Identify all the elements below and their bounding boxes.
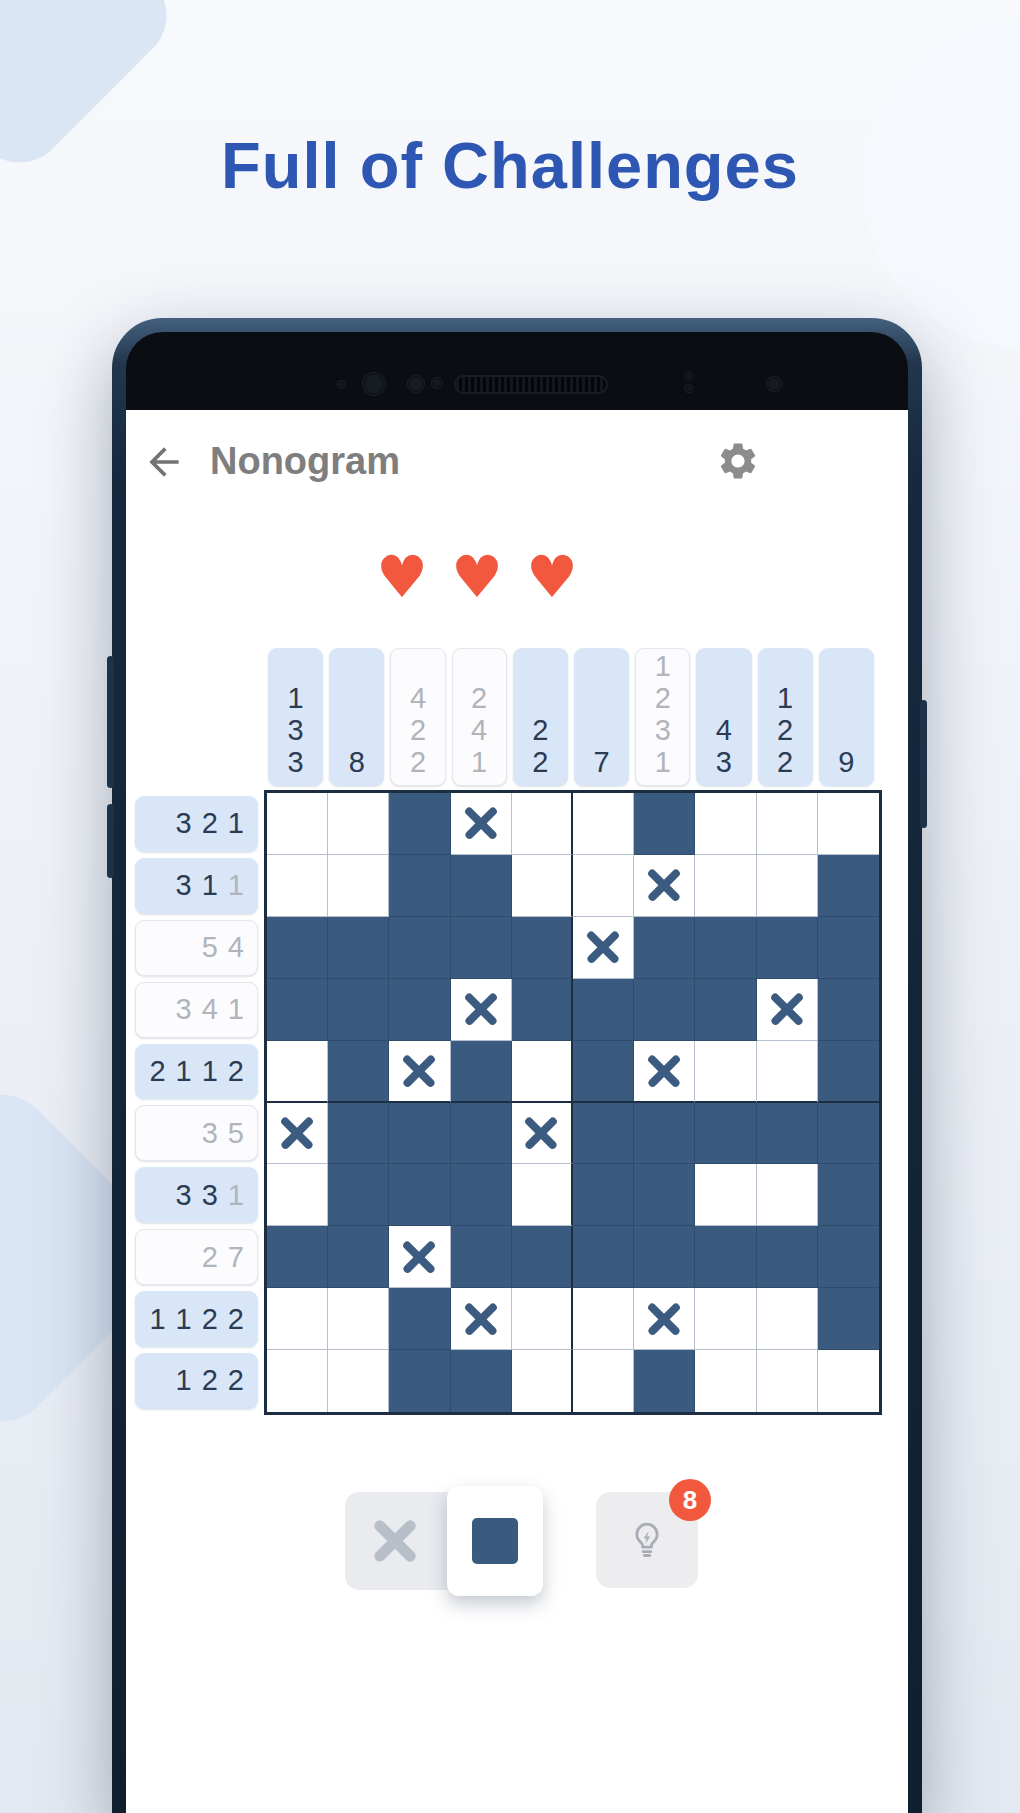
row-clue-9: 1122: [135, 1291, 258, 1347]
cell-r5c7[interactable]: [634, 1041, 695, 1103]
cell-r6c3[interactable]: [389, 1103, 450, 1165]
phone-power-button: [920, 700, 927, 828]
cell-r8c3[interactable]: [389, 1226, 450, 1288]
cell-r6c2[interactable]: [328, 1103, 389, 1165]
cell-r2c7[interactable]: [634, 855, 695, 917]
cell-r1c8[interactable]: [695, 793, 756, 855]
cell-r3c2[interactable]: [328, 917, 389, 979]
clue-number: 1: [176, 1303, 192, 1336]
clue-number: 2: [202, 1303, 218, 1336]
clue-number: 2: [228, 1303, 244, 1336]
clue-number: 3: [288, 714, 304, 746]
heart-icon: ♥: [376, 548, 428, 606]
row-clue-10: 122: [135, 1353, 258, 1409]
cell-r8c6[interactable]: [573, 1226, 634, 1288]
cell-r6c1[interactable]: [267, 1103, 328, 1165]
x-mark-icon: [634, 855, 694, 916]
clue-number: 3: [176, 1179, 192, 1212]
column-clues: 13384222412271231431229: [265, 648, 877, 786]
cell-r3c10[interactable]: [818, 917, 879, 979]
cell-r1c4[interactable]: [451, 793, 512, 855]
col-clue-4: 241: [452, 648, 507, 786]
cell-r3c1[interactable]: [267, 917, 328, 979]
col-clue-2: 8: [329, 648, 384, 786]
app-header: Nonogram: [126, 424, 908, 500]
cell-r6c5[interactable]: [512, 1103, 573, 1165]
earpiece-speaker-icon: [456, 377, 606, 392]
row-clue-2: 311: [135, 858, 258, 914]
fill-square-icon: [472, 1518, 518, 1564]
page-title: Full of Challenges: [0, 128, 1020, 203]
cell-r10c4[interactable]: [451, 1350, 512, 1412]
clue-number: 2: [777, 746, 793, 778]
clue-number: 1: [176, 1364, 192, 1397]
x-mark-icon: [267, 1103, 327, 1164]
cell-r7c9[interactable]: [757, 1164, 818, 1226]
cell-r3c5[interactable]: [512, 917, 573, 979]
clue-number: 4: [202, 993, 218, 1026]
cell-r4c9[interactable]: [757, 979, 818, 1041]
cell-r3c8[interactable]: [695, 917, 756, 979]
cell-r1c1[interactable]: [267, 793, 328, 855]
nonogram-grid: [264, 790, 882, 1415]
clue-number: 1: [288, 682, 304, 714]
cell-r3c9[interactable]: [757, 917, 818, 979]
cell-r2c9[interactable]: [757, 855, 818, 917]
x-mark-icon: [573, 917, 633, 978]
clue-number: 3: [655, 714, 671, 746]
led-dot-icon: [685, 385, 692, 392]
cell-r8c4[interactable]: [451, 1226, 512, 1288]
clue-number: 3: [202, 1117, 218, 1150]
cell-r7c3[interactable]: [389, 1164, 450, 1226]
cell-r4c7[interactable]: [634, 979, 695, 1041]
cell-r1c10[interactable]: [818, 793, 879, 855]
cell-r4c10[interactable]: [818, 979, 879, 1041]
clue-number: 3: [716, 746, 732, 778]
heart-icon: ♥: [451, 548, 503, 606]
x-mark-icon: [451, 793, 511, 854]
cell-r8c5[interactable]: [512, 1226, 573, 1288]
cell-r6c7[interactable]: [634, 1103, 695, 1165]
col-clue-8: 43: [696, 648, 751, 786]
cell-r10c2[interactable]: [328, 1350, 389, 1412]
mark-x-tool-button[interactable]: [345, 1492, 445, 1590]
cell-r9c7[interactable]: [634, 1288, 695, 1350]
cell-r5c2[interactable]: [328, 1041, 389, 1103]
cell-r2c2[interactable]: [328, 855, 389, 917]
x-mark-icon: [634, 1288, 694, 1349]
cell-r2c5[interactable]: [512, 855, 573, 917]
clue-number: 1: [228, 869, 244, 902]
clue-number: 1: [655, 746, 671, 778]
col-clue-3: 422: [390, 648, 445, 786]
row-clue-3: 54: [135, 920, 258, 976]
cell-r1c3[interactable]: [389, 793, 450, 855]
row-clue-7: 331: [135, 1167, 258, 1223]
clue-number: 2: [655, 682, 671, 714]
sensor-dot-icon: [338, 381, 345, 388]
clue-number: 4: [228, 931, 244, 964]
col-clue-7: 1231: [635, 648, 690, 786]
clue-number: 2: [202, 1241, 218, 1274]
clue-number: 4: [471, 714, 487, 746]
x-mark-icon: [451, 979, 511, 1040]
cell-r7c2[interactable]: [328, 1164, 389, 1226]
cell-r5c10[interactable]: [818, 1041, 879, 1103]
row-clue-8: 27: [135, 1229, 258, 1285]
col-clue-5: 22: [513, 648, 568, 786]
app-screen: Nonogram ♥♥♥ 13384222412271231431229 321…: [126, 410, 908, 1813]
cell-r10c3[interactable]: [389, 1350, 450, 1412]
x-mark-icon: [634, 1041, 694, 1101]
cell-r10c5[interactable]: [512, 1350, 573, 1412]
cell-r6c10[interactable]: [818, 1103, 879, 1165]
heart-icon: ♥: [526, 548, 578, 606]
iris-camera-icon: [408, 376, 424, 392]
cell-r5c1[interactable]: [267, 1041, 328, 1103]
cell-r3c7[interactable]: [634, 917, 695, 979]
clue-number: 8: [349, 746, 365, 778]
cell-r10c8[interactable]: [695, 1350, 756, 1412]
clue-number: 3: [176, 993, 192, 1026]
cell-r9c9[interactable]: [757, 1288, 818, 1350]
cell-r2c3[interactable]: [389, 855, 450, 917]
cell-r9c3[interactable]: [389, 1288, 450, 1350]
clue-number: 1: [202, 1055, 218, 1088]
cell-r7c10[interactable]: [818, 1164, 879, 1226]
cell-r5c3[interactable]: [389, 1041, 450, 1103]
cell-r3c6[interactable]: [573, 917, 634, 979]
clue-number: 2: [149, 1055, 165, 1088]
cell-r9c4[interactable]: [451, 1288, 512, 1350]
cell-r7c4[interactable]: [451, 1164, 512, 1226]
cell-r7c8[interactable]: [695, 1164, 756, 1226]
cell-r5c6[interactable]: [573, 1041, 634, 1103]
cell-r9c8[interactable]: [695, 1288, 756, 1350]
cell-r10c10[interactable]: [818, 1350, 879, 1412]
cell-r2c10[interactable]: [818, 855, 879, 917]
row-clue-6: 35: [135, 1105, 258, 1161]
cell-r2c6[interactable]: [573, 855, 634, 917]
clue-number: 2: [532, 714, 548, 746]
lives: ♥♥♥: [376, 548, 578, 606]
fill-tool-button[interactable]: [447, 1486, 543, 1596]
x-tool-icon: [345, 1492, 445, 1590]
cell-r2c8[interactable]: [695, 855, 756, 917]
cell-r4c5[interactable]: [512, 979, 573, 1041]
row-clue-5: 2112: [135, 1044, 258, 1100]
cell-r8c9[interactable]: [757, 1226, 818, 1288]
clue-number: 2: [410, 746, 426, 778]
cell-r4c8[interactable]: [695, 979, 756, 1041]
clue-number: 5: [202, 931, 218, 964]
row-clue-1: 321: [135, 796, 258, 852]
phone-volume-button: [107, 656, 114, 788]
clue-number: 1: [149, 1303, 165, 1336]
cell-r5c9[interactable]: [757, 1041, 818, 1103]
clue-number: 1: [228, 993, 244, 1026]
clue-number: 5: [228, 1117, 244, 1150]
back-button[interactable]: [142, 440, 186, 484]
cell-r4c4[interactable]: [451, 979, 512, 1041]
clue-number: 3: [202, 1179, 218, 1212]
clue-number: 3: [176, 869, 192, 902]
col-clue-9: 122: [758, 648, 813, 786]
clue-number: 7: [228, 1241, 244, 1274]
phone-top-bezel: [126, 332, 908, 410]
cell-r6c4[interactable]: [451, 1103, 512, 1165]
settings-button[interactable]: [716, 439, 760, 483]
hint-count-badge: 8: [669, 1479, 711, 1521]
clue-number: 4: [716, 714, 732, 746]
cell-r5c8[interactable]: [695, 1041, 756, 1103]
cell-r2c1[interactable]: [267, 855, 328, 917]
cell-r4c2[interactable]: [328, 979, 389, 1041]
clue-number: 2: [202, 807, 218, 840]
cell-r8c1[interactable]: [267, 1226, 328, 1288]
cell-r8c10[interactable]: [818, 1226, 879, 1288]
cell-r9c6[interactable]: [573, 1288, 634, 1350]
clue-number: 2: [777, 714, 793, 746]
lightbulb-bolt-icon: [623, 1516, 671, 1564]
clue-number: 1: [202, 869, 218, 902]
clue-number: 1: [655, 650, 671, 682]
cell-r9c2[interactable]: [328, 1288, 389, 1350]
cell-r6c8[interactable]: [695, 1103, 756, 1165]
x-mark-icon: [512, 1103, 571, 1164]
cell-r1c6[interactable]: [573, 793, 634, 855]
cell-r10c1[interactable]: [267, 1350, 328, 1412]
clue-number: 2: [532, 746, 548, 778]
col-clue-6: 7: [574, 648, 629, 786]
row-clue-4: 341: [135, 982, 258, 1038]
led-dot-icon: [685, 372, 693, 380]
phone-mockup: Nonogram ♥♥♥ 13384222412271231431229 321…: [112, 318, 922, 1813]
hint-button[interactable]: 8: [596, 1492, 698, 1588]
clue-number: 4: [410, 682, 426, 714]
cell-r6c9[interactable]: [757, 1103, 818, 1165]
clue-number: 7: [593, 746, 609, 778]
cell-r5c5[interactable]: [512, 1041, 573, 1103]
cell-r7c5[interactable]: [512, 1164, 573, 1226]
x-mark-icon: [389, 1041, 449, 1101]
cell-r4c6[interactable]: [573, 979, 634, 1041]
col-clue-10: 9: [819, 648, 874, 786]
gear-icon: [716, 439, 760, 483]
clue-number: 2: [410, 714, 426, 746]
cell-r5c4[interactable]: [451, 1041, 512, 1103]
cell-r9c5[interactable]: [512, 1288, 573, 1350]
clue-number: 2: [471, 682, 487, 714]
cell-r1c7[interactable]: [634, 793, 695, 855]
cell-r3c4[interactable]: [451, 917, 512, 979]
cell-r10c9[interactable]: [757, 1350, 818, 1412]
clue-number: 1: [471, 746, 487, 778]
cell-r8c8[interactable]: [695, 1226, 756, 1288]
cell-r3c3[interactable]: [389, 917, 450, 979]
cell-r10c6[interactable]: [573, 1350, 634, 1412]
clue-number: 1: [176, 1055, 192, 1088]
x-mark-icon: [451, 1288, 511, 1349]
light-sensor-icon: [767, 377, 781, 391]
cell-r6c6[interactable]: [573, 1103, 634, 1165]
proximity-sensor-icon: [432, 378, 442, 388]
screen-title: Nonogram: [210, 440, 400, 483]
cell-r1c9[interactable]: [757, 793, 818, 855]
clue-number: 2: [202, 1364, 218, 1397]
cell-r9c10[interactable]: [818, 1288, 879, 1350]
cell-r2c4[interactable]: [451, 855, 512, 917]
col-clue-1: 133: [268, 648, 323, 786]
cell-r10c7[interactable]: [634, 1350, 695, 1412]
clue-number: 1: [777, 682, 793, 714]
cell-r9c1[interactable]: [267, 1288, 328, 1350]
clue-number: 1: [228, 807, 244, 840]
clue-number: 1: [228, 1179, 244, 1212]
clue-number: 3: [176, 807, 192, 840]
front-camera-icon: [363, 373, 385, 395]
cell-r1c2[interactable]: [328, 793, 389, 855]
clue-number: 3: [288, 746, 304, 778]
cell-r8c7[interactable]: [634, 1226, 695, 1288]
page: Full of Challenges Nonogram: [0, 0, 1020, 1813]
arrow-left-icon: [142, 440, 186, 484]
cell-r7c1[interactable]: [267, 1164, 328, 1226]
cell-r1c5[interactable]: [512, 793, 573, 855]
cell-r7c7[interactable]: [634, 1164, 695, 1226]
cell-r8c2[interactable]: [328, 1226, 389, 1288]
clue-number: 2: [228, 1364, 244, 1397]
cell-r4c1[interactable]: [267, 979, 328, 1041]
phone-bixby-button: [107, 804, 114, 878]
cell-r7c6[interactable]: [573, 1164, 634, 1226]
cell-r4c3[interactable]: [389, 979, 450, 1041]
clue-number: 9: [838, 746, 854, 778]
row-clues: 32131154341211235331271122122: [135, 793, 258, 1412]
x-mark-icon: [757, 979, 817, 1040]
x-mark-icon: [389, 1226, 449, 1287]
clue-number: 2: [228, 1055, 244, 1088]
